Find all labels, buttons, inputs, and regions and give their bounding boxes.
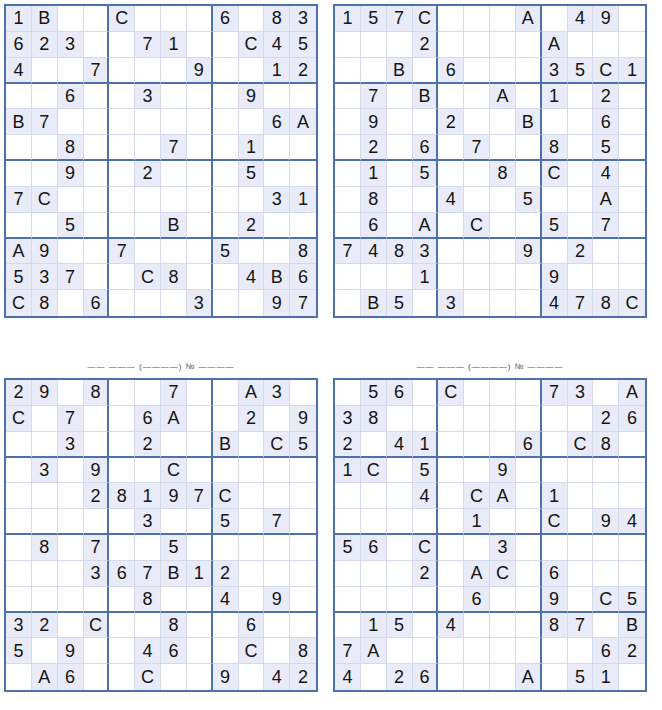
cell-r7c10: 5 <box>239 161 265 187</box>
cell-r11c4: 1 <box>413 264 439 290</box>
cell-r1c4 <box>84 6 110 32</box>
cell-r1c2: 5 <box>361 380 387 406</box>
cell-r8c12 <box>290 561 316 587</box>
cell-r5c4 <box>413 109 439 135</box>
cell-r2c7: A <box>161 406 187 432</box>
cell-r1c10 <box>239 6 265 32</box>
cell-r5c1: B <box>6 109 32 135</box>
cell-r10c2: 4 <box>361 239 387 265</box>
cell-r11c11 <box>264 638 290 664</box>
cell-r10c3 <box>58 613 84 639</box>
cell-r2c7 <box>490 406 516 432</box>
cell-r5c3 <box>387 483 413 509</box>
cell-r3c1 <box>6 432 32 458</box>
cell-r7c4: C <box>413 535 439 561</box>
cell-r10c8: 9 <box>516 239 542 265</box>
cell-r6c8 <box>187 135 213 161</box>
cell-r11c7 <box>490 264 516 290</box>
cell-r4c10 <box>568 84 594 110</box>
cell-r8c3 <box>58 561 84 587</box>
cell-r3c1: 4 <box>6 58 32 84</box>
sudoku-sheet: 1BC68362371C4547912639B76A8719257C315B2A… <box>0 0 662 710</box>
cell-r8c1 <box>335 187 361 213</box>
cell-r6c8 <box>516 509 542 535</box>
cell-r7c9 <box>542 535 568 561</box>
cell-r7c4: 7 <box>84 535 110 561</box>
cell-r9c1 <box>6 587 32 613</box>
cell-r9c3 <box>387 587 413 613</box>
cell-r7c4: 5 <box>413 161 439 187</box>
cell-r7c6: 2 <box>135 161 161 187</box>
cell-r10c8 <box>187 613 213 639</box>
cell-r12c11: 1 <box>593 664 619 690</box>
cell-r10c11 <box>264 239 290 265</box>
cell-r11c8 <box>516 638 542 664</box>
cell-r9c1 <box>335 587 361 613</box>
cell-r3c2 <box>32 58 58 84</box>
cell-r7c10 <box>568 161 594 187</box>
cell-r8c10 <box>239 561 265 587</box>
cell-r11c3 <box>387 638 413 664</box>
cell-r12c11: 8 <box>593 290 619 316</box>
cell-r7c6 <box>464 161 490 187</box>
cell-r12c2 <box>361 664 387 690</box>
cell-r7c8 <box>516 161 542 187</box>
cell-r8c5: 6 <box>109 561 135 587</box>
cell-r9c7 <box>490 587 516 613</box>
cell-r2c7 <box>490 32 516 58</box>
cell-r1c6 <box>135 6 161 32</box>
cell-r7c7 <box>161 161 187 187</box>
cell-r11c6: C <box>135 264 161 290</box>
cell-r6c9: 8 <box>542 135 568 161</box>
cell-r12c9: 4 <box>542 290 568 316</box>
cell-r9c4: A <box>413 213 439 239</box>
cell-r4c2 <box>32 84 58 110</box>
cell-r7c6 <box>135 535 161 561</box>
cell-r5c12 <box>619 483 645 509</box>
cell-r6c5 <box>109 135 135 161</box>
cell-r8c8: 1 <box>187 561 213 587</box>
cell-r7c1: 5 <box>335 535 361 561</box>
cell-r2c1 <box>335 32 361 58</box>
cell-r12c1: C <box>6 290 32 316</box>
cell-r9c4 <box>413 587 439 613</box>
cell-r1c6 <box>135 380 161 406</box>
cell-r3c6 <box>464 432 490 458</box>
cell-r6c2 <box>361 509 387 535</box>
cell-r7c12 <box>290 535 316 561</box>
cell-r5c7: A <box>490 483 516 509</box>
cell-r12c12: C <box>619 290 645 316</box>
cell-r6c7: 7 <box>161 135 187 161</box>
cell-r9c9: 5 <box>542 213 568 239</box>
cell-r9c5 <box>438 587 464 613</box>
cell-r4c6 <box>464 84 490 110</box>
cell-r9c12 <box>619 213 645 239</box>
cell-r11c9 <box>213 264 239 290</box>
cell-r7c2: 8 <box>32 535 58 561</box>
cell-r12c6: C <box>135 664 161 690</box>
cell-r6c1 <box>6 135 32 161</box>
cell-r7c5 <box>438 161 464 187</box>
cell-r6c12 <box>290 135 316 161</box>
cell-r9c6 <box>135 213 161 239</box>
cell-r10c4 <box>413 613 439 639</box>
cell-r6c6 <box>135 135 161 161</box>
cell-r12c8 <box>187 664 213 690</box>
cell-r6c11 <box>264 135 290 161</box>
cell-r11c2: 3 <box>32 264 58 290</box>
cell-r4c10 <box>568 458 594 484</box>
cell-r11c5 <box>109 264 135 290</box>
cell-r3c5: 6 <box>438 58 464 84</box>
cell-r5c8: 7 <box>187 483 213 509</box>
cell-r9c2 <box>361 587 387 613</box>
sudoku-grid-bottom-right: 56C73A38262416C81C594CA11C9456C32AC669C5… <box>333 378 647 692</box>
cell-r4c12 <box>290 84 316 110</box>
cell-r3c2 <box>32 432 58 458</box>
cell-r3c9 <box>542 432 568 458</box>
cell-r6c10: 1 <box>239 135 265 161</box>
cell-r7c1 <box>6 535 32 561</box>
cell-r6c3 <box>387 509 413 535</box>
cell-r3c8 <box>187 432 213 458</box>
cell-r4c10 <box>239 458 265 484</box>
cell-r4c6 <box>135 458 161 484</box>
cell-r6c11: 9 <box>593 509 619 535</box>
cell-r1c5 <box>109 380 135 406</box>
cell-r3c10: C <box>568 432 594 458</box>
cell-r7c3 <box>58 535 84 561</box>
cell-r3c11: C <box>264 432 290 458</box>
cell-r3c7 <box>161 58 187 84</box>
cell-r3c9: 3 <box>542 58 568 84</box>
cell-r4c1: 1 <box>335 458 361 484</box>
sudoku-grid-bottom-left: 2987A3C76A2932BC539C28197C357875367B1284… <box>4 378 318 692</box>
cell-r6c3: 8 <box>58 135 84 161</box>
cell-r2c4: 2 <box>413 32 439 58</box>
cell-r11c12 <box>619 264 645 290</box>
cell-r1c12: 3 <box>290 6 316 32</box>
cell-r7c11 <box>264 161 290 187</box>
cell-r8c7: B <box>161 561 187 587</box>
cell-r12c3 <box>58 290 84 316</box>
cell-r5c3 <box>58 109 84 135</box>
cell-r4c7: C <box>161 458 187 484</box>
cell-r12c8: 3 <box>187 290 213 316</box>
caption-bottom-left-grid: —— ——— (————) № ———— <box>4 360 318 373</box>
cell-r11c6 <box>464 264 490 290</box>
cell-r4c6: 3 <box>135 84 161 110</box>
cell-r9c12 <box>290 213 316 239</box>
cell-r11c7: 8 <box>161 264 187 290</box>
cell-r6c5 <box>438 135 464 161</box>
cell-r9c4 <box>84 213 110 239</box>
cell-r8c6 <box>135 187 161 213</box>
cell-r11c10 <box>568 638 594 664</box>
cell-r1c6 <box>464 6 490 32</box>
cell-r12c4 <box>84 664 110 690</box>
cell-r5c5: 2 <box>438 109 464 135</box>
cell-r2c2: 8 <box>361 406 387 432</box>
cell-r8c2 <box>361 561 387 587</box>
cell-r1c3: 7 <box>387 6 413 32</box>
cell-r1c2: 5 <box>361 6 387 32</box>
cell-r11c3: 7 <box>58 264 84 290</box>
cell-r8c3 <box>387 187 413 213</box>
cell-r8c10 <box>239 187 265 213</box>
cell-r11c9 <box>542 638 568 664</box>
cell-r2c4 <box>84 406 110 432</box>
cell-r11c1: 7 <box>335 638 361 664</box>
cell-r6c4: 6 <box>413 135 439 161</box>
cell-r11c10 <box>568 264 594 290</box>
cell-r11c11: 6 <box>593 638 619 664</box>
cell-r12c2: 8 <box>32 290 58 316</box>
cell-r11c5 <box>438 264 464 290</box>
cell-r5c8 <box>187 109 213 135</box>
cell-r4c9 <box>542 458 568 484</box>
cell-r4c7 <box>161 84 187 110</box>
cell-r4c3: 6 <box>58 84 84 110</box>
cell-r3c3: 3 <box>58 432 84 458</box>
cell-r8c6: A <box>464 561 490 587</box>
cell-r7c2: 1 <box>361 161 387 187</box>
cell-r1c2: 9 <box>32 380 58 406</box>
cell-r12c9: 9 <box>213 664 239 690</box>
cell-r10c8 <box>187 239 213 265</box>
cell-r3c7 <box>490 432 516 458</box>
cell-r4c1 <box>6 84 32 110</box>
cell-r3c6 <box>135 58 161 84</box>
cell-r2c9: A <box>542 32 568 58</box>
cell-r9c1 <box>6 213 32 239</box>
cell-r11c5 <box>109 638 135 664</box>
cell-r6c10 <box>568 135 594 161</box>
cell-r1c4 <box>413 380 439 406</box>
cell-r9c7 <box>490 213 516 239</box>
cell-r12c5 <box>109 290 135 316</box>
cell-r7c11: 4 <box>593 161 619 187</box>
cell-r8c2: 8 <box>361 187 387 213</box>
cell-r4c2: 7 <box>361 84 387 110</box>
cell-r3c12: 1 <box>619 58 645 84</box>
cell-r2c10: C <box>239 32 265 58</box>
cell-r12c2: B <box>361 290 387 316</box>
cell-r4c8 <box>516 84 542 110</box>
cell-r2c11 <box>264 406 290 432</box>
cell-r11c4 <box>84 638 110 664</box>
cell-r6c7 <box>161 509 187 535</box>
cell-r8c7 <box>161 187 187 213</box>
cell-r12c9 <box>542 664 568 690</box>
cell-r4c4: 5 <box>413 458 439 484</box>
cell-r12c3: 2 <box>387 664 413 690</box>
cell-r10c9: 5 <box>213 239 239 265</box>
cell-r4c4: B <box>413 84 439 110</box>
cell-r5c4: 2 <box>84 483 110 509</box>
cell-r2c11: 4 <box>264 32 290 58</box>
cell-r6c1 <box>335 509 361 535</box>
cell-r9c8 <box>187 213 213 239</box>
cell-r4c8 <box>516 458 542 484</box>
cell-r9c5 <box>438 213 464 239</box>
cell-r9c4 <box>84 587 110 613</box>
cell-r12c1 <box>6 664 32 690</box>
cell-r5c6 <box>464 109 490 135</box>
cell-r8c11 <box>264 561 290 587</box>
cell-r7c9 <box>213 161 239 187</box>
cell-r3c10: 5 <box>568 58 594 84</box>
cell-r1c3 <box>58 380 84 406</box>
cell-r12c1: 4 <box>335 664 361 690</box>
cell-r5c2 <box>32 483 58 509</box>
cell-r5c7 <box>490 109 516 135</box>
cell-r1c9 <box>542 6 568 32</box>
cell-r10c10: 7 <box>568 613 594 639</box>
cell-r8c1 <box>6 561 32 587</box>
cell-r6c6: 7 <box>464 135 490 161</box>
cell-r4c5 <box>109 458 135 484</box>
cell-r10c3: 5 <box>387 613 413 639</box>
cell-r5c8 <box>516 483 542 509</box>
cell-r2c3 <box>387 32 413 58</box>
cell-r10c9 <box>542 239 568 265</box>
cell-r12c5 <box>438 664 464 690</box>
cell-r4c11 <box>264 84 290 110</box>
cell-r11c8 <box>516 264 542 290</box>
cell-r7c1 <box>335 161 361 187</box>
cell-r8c10 <box>568 561 594 587</box>
cell-r10c7 <box>161 239 187 265</box>
cell-r2c2 <box>32 406 58 432</box>
cell-r12c6 <box>464 290 490 316</box>
cell-r12c10: 5 <box>568 664 594 690</box>
cell-r3c11: C <box>593 58 619 84</box>
cell-r5c1 <box>335 109 361 135</box>
cell-r2c12: 5 <box>290 32 316 58</box>
cell-r1c5: C <box>438 380 464 406</box>
cell-r12c5 <box>109 664 135 690</box>
cell-r9c3 <box>387 213 413 239</box>
cell-r5c10 <box>568 483 594 509</box>
cell-r7c9: C <box>542 161 568 187</box>
cell-r1c8 <box>516 380 542 406</box>
cell-r2c2: 2 <box>32 32 58 58</box>
cell-r10c6 <box>135 239 161 265</box>
cell-r12c7 <box>161 664 187 690</box>
cell-r4c7: 9 <box>490 458 516 484</box>
cell-r4c12 <box>290 458 316 484</box>
cell-r9c12: 5 <box>619 587 645 613</box>
cell-r12c11: 4 <box>264 664 290 690</box>
cell-r2c10 <box>568 32 594 58</box>
cell-r2c9 <box>213 32 239 58</box>
cell-r6c12 <box>290 509 316 535</box>
cell-r1c1: 1 <box>335 6 361 32</box>
cell-r8c3 <box>58 187 84 213</box>
cell-r1c3 <box>58 6 84 32</box>
cell-r10c3: 8 <box>387 239 413 265</box>
cell-r1c7 <box>490 6 516 32</box>
cell-r12c7 <box>161 290 187 316</box>
cell-r2c3: 7 <box>58 406 84 432</box>
cell-r6c3 <box>387 135 413 161</box>
cell-r6c12: 4 <box>619 509 645 535</box>
cell-r11c1: 5 <box>6 638 32 664</box>
cell-r2c4 <box>413 406 439 432</box>
cell-r10c7 <box>490 613 516 639</box>
cell-r6c1 <box>6 509 32 535</box>
cell-r9c2 <box>32 213 58 239</box>
cell-r6c4 <box>413 509 439 535</box>
cell-r3c12 <box>619 432 645 458</box>
cell-r5c5 <box>438 483 464 509</box>
cell-r5c10 <box>568 109 594 135</box>
cell-r9c11: 7 <box>593 213 619 239</box>
cell-r10c10: 6 <box>239 613 265 639</box>
cell-r4c9 <box>213 84 239 110</box>
cell-r12c9 <box>213 290 239 316</box>
cell-r4c9 <box>213 458 239 484</box>
cell-r10c10 <box>239 239 265 265</box>
cell-r4c12 <box>619 84 645 110</box>
cell-r9c11: C <box>593 587 619 613</box>
cell-r2c10: 2 <box>239 406 265 432</box>
cell-r10c6 <box>135 613 161 639</box>
cell-r1c9 <box>213 380 239 406</box>
cell-r6c6: 1 <box>464 509 490 535</box>
cell-r7c8 <box>187 161 213 187</box>
cell-r7c7: 5 <box>161 535 187 561</box>
cell-r6c11: 5 <box>593 135 619 161</box>
cell-r3c2 <box>361 432 387 458</box>
cell-r1c6 <box>464 380 490 406</box>
cell-r7c7: 3 <box>490 535 516 561</box>
cell-r7c2: 6 <box>361 535 387 561</box>
cell-r11c10: C <box>239 638 265 664</box>
cell-r2c9 <box>213 406 239 432</box>
cell-r2c8 <box>516 406 542 432</box>
cell-r7c8 <box>187 535 213 561</box>
cell-r10c1 <box>335 613 361 639</box>
cell-r6c2 <box>32 509 58 535</box>
cell-r10c12 <box>290 613 316 639</box>
cell-r5c9 <box>542 109 568 135</box>
cell-r8c9 <box>542 187 568 213</box>
cell-r3c12: 2 <box>290 58 316 84</box>
cell-r12c3: 6 <box>58 664 84 690</box>
cell-r8c1 <box>335 561 361 587</box>
cell-r12c10 <box>239 290 265 316</box>
cell-r11c4 <box>84 264 110 290</box>
cell-r12c5: 3 <box>438 290 464 316</box>
cell-r4c3 <box>387 458 413 484</box>
cell-r4c12 <box>619 458 645 484</box>
cell-r9c8 <box>516 587 542 613</box>
sudoku-grid-top-left: 1BC68362371C4547912639B76A8719257C315B2A… <box>4 4 318 318</box>
cell-r1c12: A <box>619 380 645 406</box>
cell-r6c7 <box>490 509 516 535</box>
cell-r8c11 <box>593 561 619 587</box>
cell-r4c8 <box>187 458 213 484</box>
cell-r3c4: 7 <box>84 58 110 84</box>
cell-r1c11: 8 <box>264 6 290 32</box>
cell-r12c7 <box>490 664 516 690</box>
cell-r6c9: 5 <box>213 509 239 535</box>
cell-r7c11 <box>593 535 619 561</box>
